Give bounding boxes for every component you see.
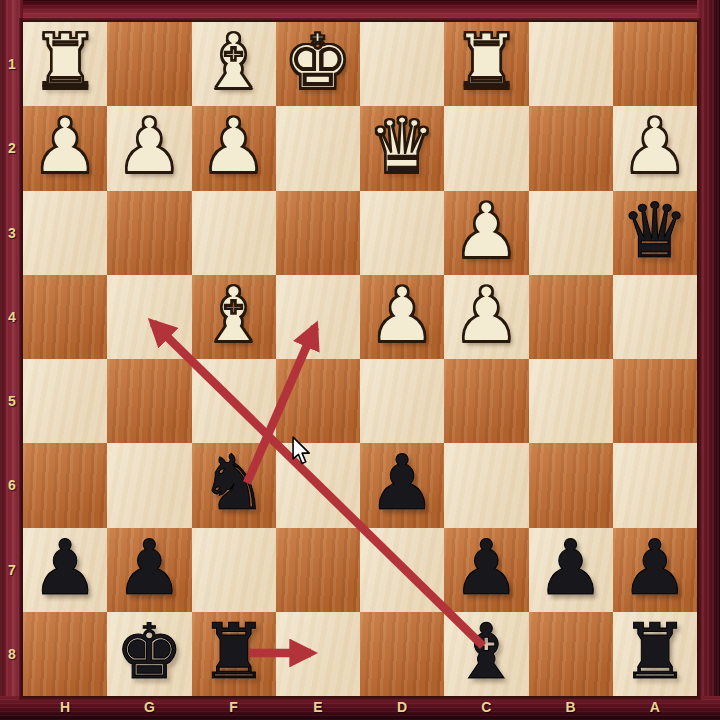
- file-label-d: D: [397, 699, 407, 715]
- square-f4[interactable]: ♝: [192, 275, 276, 359]
- square-d3[interactable]: [360, 191, 444, 275]
- white-pawn[interactable]: ♟: [452, 193, 520, 269]
- square-g4[interactable]: [107, 275, 191, 359]
- rank-label-2: 2: [8, 140, 16, 156]
- square-e7[interactable]: [276, 528, 360, 612]
- square-a3[interactable]: ♛: [613, 191, 697, 275]
- square-a6[interactable]: [613, 443, 697, 527]
- square-f8[interactable]: ♜: [192, 612, 276, 696]
- square-b8[interactable]: [529, 612, 613, 696]
- square-g5[interactable]: [107, 359, 191, 443]
- square-b3[interactable]: [529, 191, 613, 275]
- file-label-e: E: [313, 699, 322, 715]
- square-b4[interactable]: [529, 275, 613, 359]
- square-c1[interactable]: ♜: [444, 22, 528, 106]
- square-d5[interactable]: [360, 359, 444, 443]
- white-pawn[interactable]: ♟: [368, 277, 436, 353]
- black-pawn[interactable]: ♟: [368, 445, 436, 521]
- square-b2[interactable]: [529, 106, 613, 190]
- file-label-b: B: [566, 699, 576, 715]
- square-f3[interactable]: [192, 191, 276, 275]
- square-c7[interactable]: ♟: [444, 528, 528, 612]
- square-g8[interactable]: ♚: [107, 612, 191, 696]
- square-g3[interactable]: [107, 191, 191, 275]
- square-f6[interactable]: ♞: [192, 443, 276, 527]
- black-king[interactable]: ♚: [115, 614, 183, 690]
- square-d1[interactable]: [360, 22, 444, 106]
- black-knight[interactable]: ♞: [200, 445, 268, 521]
- square-d4[interactable]: ♟: [360, 275, 444, 359]
- square-g7[interactable]: ♟: [107, 528, 191, 612]
- square-a8[interactable]: ♜: [613, 612, 697, 696]
- square-g1[interactable]: [107, 22, 191, 106]
- file-label-a: A: [650, 699, 660, 715]
- square-b7[interactable]: ♟: [529, 528, 613, 612]
- white-rook[interactable]: ♜: [31, 24, 99, 100]
- white-bishop[interactable]: ♝: [200, 24, 268, 100]
- black-pawn[interactable]: ♟: [115, 530, 183, 606]
- square-e4[interactable]: [276, 275, 360, 359]
- square-h8[interactable]: [23, 612, 107, 696]
- rank-label-6: 6: [8, 477, 16, 493]
- white-pawn[interactable]: ♟: [31, 108, 99, 184]
- file-label-h: H: [60, 699, 70, 715]
- square-e6[interactable]: [276, 443, 360, 527]
- black-pawn[interactable]: ♟: [621, 530, 689, 606]
- square-a4[interactable]: [613, 275, 697, 359]
- square-f1[interactable]: ♝: [192, 22, 276, 106]
- square-g2[interactable]: ♟: [107, 106, 191, 190]
- white-king[interactable]: ♚: [284, 24, 352, 100]
- rank-label-1: 1: [8, 56, 16, 72]
- square-c2[interactable]: [444, 106, 528, 190]
- square-h1[interactable]: ♜: [23, 22, 107, 106]
- square-b6[interactable]: [529, 443, 613, 527]
- square-h7[interactable]: ♟: [23, 528, 107, 612]
- square-e8[interactable]: [276, 612, 360, 696]
- white-queen[interactable]: ♛: [368, 108, 436, 184]
- black-pawn[interactable]: ♟: [452, 530, 520, 606]
- white-pawn[interactable]: ♟: [115, 108, 183, 184]
- square-h4[interactable]: [23, 275, 107, 359]
- rank-label-7: 7: [8, 562, 16, 578]
- square-c6[interactable]: [444, 443, 528, 527]
- square-d7[interactable]: [360, 528, 444, 612]
- square-b5[interactable]: [529, 359, 613, 443]
- square-b1[interactable]: [529, 22, 613, 106]
- square-c8[interactable]: ♝: [444, 612, 528, 696]
- white-pawn[interactable]: ♟: [621, 108, 689, 184]
- board-squares: ♜♝♚♜♟♟♟♛♟♟♛♝♟♟♞♟♟♟♟♟♟♚♜♝♜: [23, 22, 697, 696]
- square-c3[interactable]: ♟: [444, 191, 528, 275]
- black-bishop[interactable]: ♝: [452, 614, 520, 690]
- square-f7[interactable]: [192, 528, 276, 612]
- square-a7[interactable]: ♟: [613, 528, 697, 612]
- square-h5[interactable]: [23, 359, 107, 443]
- square-d6[interactable]: ♟: [360, 443, 444, 527]
- square-a5[interactable]: [613, 359, 697, 443]
- square-h6[interactable]: [23, 443, 107, 527]
- square-g6[interactable]: [107, 443, 191, 527]
- black-rook[interactable]: ♜: [200, 614, 268, 690]
- square-e5[interactable]: [276, 359, 360, 443]
- square-d8[interactable]: [360, 612, 444, 696]
- rank-label-4: 4: [8, 309, 16, 325]
- black-pawn[interactable]: ♟: [31, 530, 99, 606]
- white-bishop[interactable]: ♝: [200, 277, 268, 353]
- white-pawn[interactable]: ♟: [200, 108, 268, 184]
- chessboard: ♜♝♚♜♟♟♟♛♟♟♛♝♟♟♞♟♟♟♟♟♟♚♜♝♜ 12345678HGFEDC…: [0, 0, 720, 720]
- white-pawn[interactable]: ♟: [452, 277, 520, 353]
- file-label-c: C: [481, 699, 491, 715]
- black-pawn[interactable]: ♟: [537, 530, 605, 606]
- square-h3[interactable]: [23, 191, 107, 275]
- rank-label-8: 8: [8, 646, 16, 662]
- square-a2[interactable]: ♟: [613, 106, 697, 190]
- square-h2[interactable]: ♟: [23, 106, 107, 190]
- black-rook[interactable]: ♜: [621, 614, 689, 690]
- file-label-g: G: [144, 699, 155, 715]
- square-a1[interactable]: [613, 22, 697, 106]
- file-label-f: F: [229, 699, 238, 715]
- square-f2[interactable]: ♟: [192, 106, 276, 190]
- board-frame-left: [0, 0, 23, 720]
- black-queen[interactable]: ♛: [621, 193, 689, 269]
- board-frame-right: [697, 0, 720, 720]
- square-c4[interactable]: ♟: [444, 275, 528, 359]
- square-e1[interactable]: ♚: [276, 22, 360, 106]
- rank-label-3: 3: [8, 225, 16, 241]
- board-frame-top: [0, 0, 720, 22]
- square-f5[interactable]: [192, 359, 276, 443]
- board-frame-bottom: [0, 696, 720, 720]
- square-d2[interactable]: ♛: [360, 106, 444, 190]
- square-e2[interactable]: [276, 106, 360, 190]
- white-rook[interactable]: ♜: [452, 24, 520, 100]
- square-e3[interactable]: [276, 191, 360, 275]
- square-c5[interactable]: [444, 359, 528, 443]
- rank-label-5: 5: [8, 393, 16, 409]
